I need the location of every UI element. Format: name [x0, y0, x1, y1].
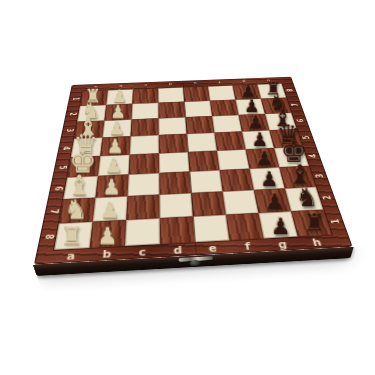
square [158, 102, 185, 119]
square [159, 117, 187, 135]
square [189, 170, 222, 193]
square [185, 116, 214, 134]
square [223, 190, 259, 215]
square [126, 195, 159, 220]
square [212, 115, 242, 133]
square [130, 135, 159, 155]
square: ♟ [102, 119, 131, 137]
square [183, 86, 210, 101]
square [159, 152, 190, 173]
chess-set-photo: abcdefgh abcdefgh 12345678 87654321 ♜♟♟♜… [0, 0, 375, 375]
square: ♟ [246, 148, 280, 169]
coordinate-label: 4 [50, 143, 81, 153]
square [131, 118, 159, 136]
coordinate-label: 8 [276, 86, 303, 94]
square: ♟ [90, 220, 127, 248]
square [226, 213, 264, 240]
square [159, 134, 188, 153]
coordinate-label: 5 [291, 133, 322, 143]
white-pawn: ♟ [96, 176, 128, 197]
square [129, 153, 159, 174]
white-pawn: ♟ [103, 119, 131, 137]
square [217, 149, 250, 170]
square: ♟ [93, 196, 128, 221]
square [220, 169, 254, 192]
white-rook: ♜ [54, 224, 89, 249]
coordinate-label: 2 [58, 110, 86, 119]
square: ♟ [242, 130, 274, 149]
white-pawn: ♟ [100, 136, 129, 155]
square: ♟ [106, 89, 133, 105]
coordinate-label: 3 [54, 126, 84, 135]
square: ♚ [274, 147, 309, 168]
chess-board: abcdefgh abcdefgh 12345678 87654321 ♜♟♟♜… [34, 77, 353, 265]
white-knight: ♞ [59, 196, 92, 223]
square [132, 88, 158, 103]
square [160, 216, 195, 244]
white-pawn: ♟ [98, 156, 128, 176]
photo-scene: abcdefgh abcdefgh 12345678 87654321 ♜♟♟♜… [0, 0, 375, 375]
black-pawn: ♟ [245, 130, 274, 149]
white-pawn: ♟ [90, 224, 125, 247]
square [187, 133, 217, 152]
square: ♟ [254, 188, 291, 213]
black-pawn: ♟ [249, 149, 279, 169]
square [159, 193, 192, 218]
square: ♟ [233, 85, 261, 100]
square: ♝ [279, 166, 316, 188]
square [191, 191, 226, 216]
square [210, 100, 239, 116]
clasp-knob [190, 260, 201, 267]
white-pawn: ♟ [93, 199, 126, 221]
coordinate-label: 7 [281, 101, 309, 109]
square [158, 87, 184, 102]
white-pawn: ♟ [106, 88, 132, 105]
square [132, 103, 159, 120]
square: ♚ [67, 156, 100, 177]
square: ♞ [59, 198, 96, 224]
square: ♟ [100, 136, 130, 156]
square [159, 172, 191, 195]
square: ♝ [63, 176, 98, 199]
square [125, 218, 160, 246]
square: ♟ [104, 104, 132, 121]
coordinate-label: 1 [61, 95, 88, 103]
square: ♟ [236, 99, 266, 115]
square [128, 173, 160, 196]
coordinate-label: 6 [286, 116, 315, 125]
square: ♟ [95, 175, 128, 198]
square: ♟ [98, 155, 130, 176]
square [188, 151, 220, 172]
square [193, 215, 230, 242]
square [214, 132, 245, 151]
clasp-latch-icon [179, 255, 213, 266]
white-pawn: ♟ [105, 103, 132, 121]
square: ♜ [54, 222, 93, 250]
square [208, 85, 236, 100]
square [184, 101, 212, 118]
